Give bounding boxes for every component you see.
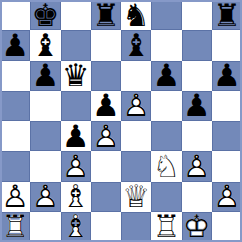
square-b1[interactable] xyxy=(30,212,60,242)
square-c4[interactable]: ♟ xyxy=(61,121,91,151)
square-e4[interactable] xyxy=(121,121,151,151)
square-a5[interactable] xyxy=(0,91,30,121)
square-c6[interactable]: ♛ xyxy=(61,61,91,91)
square-g2[interactable] xyxy=(182,182,212,212)
white-piece-outline-glyph: ♙ xyxy=(121,91,151,121)
black-pawn[interactable]: ♟ xyxy=(151,61,181,91)
black-piece-glyph: ♜ xyxy=(91,0,121,30)
square-d3[interactable] xyxy=(91,151,121,181)
black-knight[interactable]: ♞ xyxy=(121,0,151,30)
square-d1[interactable] xyxy=(91,212,121,242)
square-g1[interactable]: ♚♔ xyxy=(182,212,212,242)
square-b8[interactable]: ♚ xyxy=(30,0,60,30)
square-b3[interactable] xyxy=(30,151,60,181)
square-g5[interactable]: ♟ xyxy=(182,91,212,121)
square-c8[interactable] xyxy=(61,0,91,30)
white-rook[interactable]: ♜♖ xyxy=(0,212,30,242)
square-a3[interactable] xyxy=(0,151,30,181)
square-d2[interactable] xyxy=(91,182,121,212)
square-h1[interactable] xyxy=(212,212,242,242)
white-piece-outline-glyph: ♙ xyxy=(61,151,91,181)
square-f6[interactable]: ♟ xyxy=(151,61,181,91)
square-b6[interactable]: ♟ xyxy=(30,61,60,91)
square-g7[interactable] xyxy=(182,30,212,60)
square-f2[interactable] xyxy=(151,182,181,212)
square-a2[interactable]: ♟♙ xyxy=(0,182,30,212)
white-pawn[interactable]: ♟♙ xyxy=(182,151,212,181)
black-piece-glyph: ♟ xyxy=(30,61,60,91)
black-piece-glyph: ♛ xyxy=(61,61,91,91)
square-f3[interactable]: ♞♘ xyxy=(151,151,181,181)
square-b7[interactable]: ♝ xyxy=(30,30,60,60)
square-h2[interactable]: ♟♙ xyxy=(212,182,242,212)
square-e1[interactable] xyxy=(121,212,151,242)
square-c5[interactable] xyxy=(61,91,91,121)
white-piece-outline-glyph: ♙ xyxy=(182,151,212,181)
square-d7[interactable] xyxy=(91,30,121,60)
white-piece-outline-glyph: ♘ xyxy=(151,151,181,181)
white-piece-outline-glyph: ♙ xyxy=(0,182,30,212)
square-h5[interactable] xyxy=(212,91,242,121)
white-knight[interactable]: ♞♘ xyxy=(151,151,181,181)
black-queen[interactable]: ♛ xyxy=(61,61,91,91)
black-piece-glyph: ♟ xyxy=(0,30,30,60)
white-piece-outline-glyph: ♙ xyxy=(212,182,242,212)
black-rook[interactable]: ♜ xyxy=(91,0,121,30)
square-e8[interactable]: ♞ xyxy=(121,0,151,30)
black-piece-glyph: ♜ xyxy=(212,0,242,30)
square-h7[interactable] xyxy=(212,30,242,60)
square-f8[interactable] xyxy=(151,0,181,30)
black-piece-glyph: ♟ xyxy=(212,61,242,91)
black-piece-glyph: ♝ xyxy=(121,30,151,60)
black-pawn[interactable]: ♟ xyxy=(212,61,242,91)
black-piece-glyph: ♝ xyxy=(30,30,60,60)
square-a8[interactable] xyxy=(0,0,30,30)
black-pawn[interactable]: ♟ xyxy=(91,91,121,121)
square-d6[interactable] xyxy=(91,61,121,91)
square-h6[interactable]: ♟ xyxy=(212,61,242,91)
black-bishop[interactable]: ♝ xyxy=(121,30,151,60)
black-piece-glyph: ♟ xyxy=(91,91,121,121)
white-pawn[interactable]: ♟♙ xyxy=(61,151,91,181)
square-e6[interactable] xyxy=(121,61,151,91)
square-c1[interactable]: ♝♗ xyxy=(61,212,91,242)
white-bishop[interactable]: ♝♗ xyxy=(61,182,91,212)
black-pawn[interactable]: ♟ xyxy=(182,91,212,121)
square-g6[interactable] xyxy=(182,61,212,91)
white-rook[interactable]: ♜♖ xyxy=(151,212,181,242)
square-f1[interactable]: ♜♖ xyxy=(151,212,181,242)
white-piece-outline-glyph: ♗ xyxy=(61,212,91,242)
square-h3[interactable] xyxy=(212,151,242,181)
black-piece-glyph: ♟ xyxy=(151,61,181,91)
black-pawn[interactable]: ♟ xyxy=(61,121,91,151)
black-bishop[interactable]: ♝ xyxy=(30,30,60,60)
white-piece-outline-glyph: ♙ xyxy=(91,121,121,151)
square-b5[interactable] xyxy=(30,91,60,121)
square-b2[interactable]: ♟♙ xyxy=(30,182,60,212)
square-a7[interactable]: ♟ xyxy=(0,30,30,60)
white-piece-outline-glyph: ♔ xyxy=(182,212,212,242)
black-rook[interactable]: ♜ xyxy=(212,0,242,30)
square-f7[interactable] xyxy=(151,30,181,60)
white-bishop[interactable]: ♝♗ xyxy=(61,212,91,242)
black-pawn[interactable]: ♟ xyxy=(30,61,60,91)
white-piece-outline-glyph: ♖ xyxy=(151,212,181,242)
white-piece-outline-glyph: ♕ xyxy=(121,182,151,212)
white-pawn[interactable]: ♟♙ xyxy=(121,91,151,121)
square-d5[interactable]: ♟ xyxy=(91,91,121,121)
square-a4[interactable] xyxy=(0,121,30,151)
white-queen[interactable]: ♛♕ xyxy=(121,182,151,212)
square-h4[interactable] xyxy=(212,121,242,151)
square-c2[interactable]: ♝♗ xyxy=(61,182,91,212)
square-h8[interactable]: ♜ xyxy=(212,0,242,30)
square-g4[interactable] xyxy=(182,121,212,151)
square-f5[interactable] xyxy=(151,91,181,121)
white-king[interactable]: ♚♔ xyxy=(182,212,212,242)
square-e7[interactable]: ♝ xyxy=(121,30,151,60)
white-pawn[interactable]: ♟♙ xyxy=(91,121,121,151)
black-piece-glyph: ♞ xyxy=(121,0,151,30)
square-e5[interactable]: ♟♙ xyxy=(121,91,151,121)
square-g8[interactable] xyxy=(182,0,212,30)
white-piece-outline-glyph: ♙ xyxy=(30,182,60,212)
black-piece-glyph: ♟ xyxy=(182,91,212,121)
square-g3[interactable]: ♟♙ xyxy=(182,151,212,181)
square-d4[interactable]: ♟♙ xyxy=(91,121,121,151)
chess-board: ♚♜♞♜♟♝♝♟♛♟♟♟♟♙♟♟♟♙♟♙♞♘♟♙♟♙♟♙♝♗♛♕♟♙♜♖♝♗♜♖… xyxy=(0,0,242,242)
square-d8[interactable]: ♜ xyxy=(91,0,121,30)
white-pawn[interactable]: ♟♙ xyxy=(0,182,30,212)
square-f4[interactable] xyxy=(151,121,181,151)
white-pawn[interactable]: ♟♙ xyxy=(30,182,60,212)
square-e2[interactable]: ♛♕ xyxy=(121,182,151,212)
white-piece-outline-glyph: ♖ xyxy=(0,212,30,242)
square-e3[interactable] xyxy=(121,151,151,181)
square-c7[interactable] xyxy=(61,30,91,60)
black-king[interactable]: ♚ xyxy=(30,0,60,30)
white-piece-outline-glyph: ♗ xyxy=(61,182,91,212)
black-pawn[interactable]: ♟ xyxy=(0,30,30,60)
square-b4[interactable] xyxy=(30,121,60,151)
white-pawn[interactable]: ♟♙ xyxy=(212,182,242,212)
black-piece-glyph: ♟ xyxy=(61,121,91,151)
square-a6[interactable] xyxy=(0,61,30,91)
black-piece-glyph: ♚ xyxy=(30,0,60,30)
square-a1[interactable]: ♜♖ xyxy=(0,212,30,242)
square-c3[interactable]: ♟♙ xyxy=(61,151,91,181)
